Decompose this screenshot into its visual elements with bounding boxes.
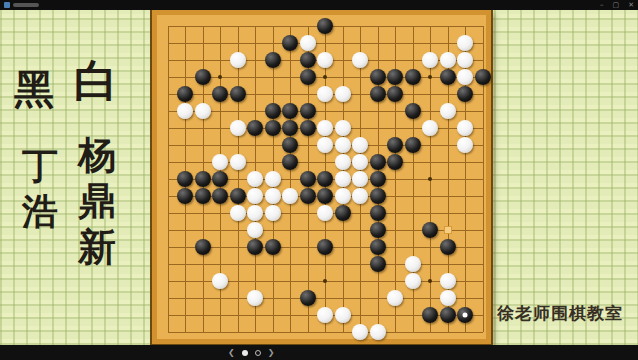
black-stone xyxy=(387,69,403,85)
white-stone xyxy=(422,52,438,68)
black-stone xyxy=(282,137,298,153)
black-stone xyxy=(335,205,351,221)
black-stone xyxy=(177,188,193,204)
highlight-square-marker xyxy=(444,226,452,234)
black-stone xyxy=(317,239,333,255)
title-bar: – ▢ ✕ xyxy=(0,0,638,10)
close-button[interactable]: ✕ xyxy=(628,0,634,10)
black-stone xyxy=(212,86,228,102)
black-stone xyxy=(195,171,211,187)
black-stone xyxy=(212,188,228,204)
white-stone xyxy=(317,307,333,323)
black-stone xyxy=(300,290,316,306)
previous-move-icon[interactable]: ❮ xyxy=(228,349,235,357)
star-point xyxy=(323,279,327,283)
black-stone xyxy=(405,103,421,119)
white-stone xyxy=(247,171,263,187)
black-player-name-char-2: 浩 xyxy=(22,188,58,237)
white-stone xyxy=(352,52,368,68)
black-stone xyxy=(317,188,333,204)
white-player-label: 白 xyxy=(74,52,118,111)
star-point xyxy=(428,177,432,181)
black-stone xyxy=(212,171,228,187)
white-stone xyxy=(265,188,281,204)
black-stone xyxy=(230,188,246,204)
minimize-button[interactable]: – xyxy=(600,0,604,10)
white-stone xyxy=(335,137,351,153)
black-stone xyxy=(405,137,421,153)
black-stone xyxy=(177,171,193,187)
white-stone xyxy=(282,188,298,204)
white-stone xyxy=(230,154,246,170)
watermark-text: 徐老师围棋教室 xyxy=(497,302,637,325)
black-stone xyxy=(282,154,298,170)
white-stone xyxy=(335,154,351,170)
white-stone xyxy=(317,52,333,68)
black-stone xyxy=(300,69,316,85)
black-stone xyxy=(265,120,281,136)
black-stone xyxy=(282,35,298,51)
white-stone xyxy=(317,120,333,136)
white-stone xyxy=(317,86,333,102)
black-stone xyxy=(282,120,298,136)
white-stone xyxy=(195,103,211,119)
star-point xyxy=(428,75,432,79)
white-stone xyxy=(352,324,368,340)
white-stone xyxy=(300,35,316,51)
move-indicator-dot-icon[interactable] xyxy=(242,350,248,356)
grid-line-horizontal xyxy=(168,332,483,333)
white-stone xyxy=(265,205,281,221)
black-stone xyxy=(475,69,491,85)
black-stone xyxy=(230,86,246,102)
black-stone xyxy=(387,137,403,153)
white-stone xyxy=(230,205,246,221)
white-player-name-char-1: 杨 xyxy=(78,130,116,181)
black-stone xyxy=(300,171,316,187)
black-stone xyxy=(195,188,211,204)
white-stone xyxy=(457,137,473,153)
white-stone xyxy=(335,307,351,323)
last-move-dot-icon xyxy=(463,313,468,318)
black-stone xyxy=(370,171,386,187)
black-stone xyxy=(370,256,386,272)
black-stone xyxy=(300,52,316,68)
white-stone xyxy=(457,35,473,51)
white-stone xyxy=(247,188,263,204)
white-stone xyxy=(247,290,263,306)
go-board[interactable] xyxy=(152,10,491,344)
black-stone xyxy=(247,120,263,136)
black-stone xyxy=(317,171,333,187)
white-stone xyxy=(370,324,386,340)
white-stone xyxy=(440,52,456,68)
playback-bar: ❮ ❯ xyxy=(0,345,638,360)
star-point xyxy=(218,75,222,79)
white-stone xyxy=(352,154,368,170)
white-stone xyxy=(422,120,438,136)
app-icon xyxy=(4,2,10,8)
black-stone xyxy=(282,103,298,119)
white-stone xyxy=(352,188,368,204)
black-stone xyxy=(440,239,456,255)
black-stone xyxy=(247,239,263,255)
black-stone xyxy=(370,69,386,85)
white-stone xyxy=(457,120,473,136)
black-stone xyxy=(265,52,281,68)
white-stone xyxy=(247,222,263,238)
black-stone xyxy=(422,307,438,323)
black-stone xyxy=(440,69,456,85)
black-stone xyxy=(457,86,473,102)
white-stone xyxy=(177,103,193,119)
black-stone xyxy=(300,188,316,204)
black-stone xyxy=(405,69,421,85)
black-stone xyxy=(177,86,193,102)
black-stone xyxy=(387,86,403,102)
black-stone xyxy=(457,307,473,323)
white-stone xyxy=(335,171,351,187)
white-stone xyxy=(457,69,473,85)
white-stone xyxy=(352,137,368,153)
white-stone xyxy=(440,273,456,289)
white-stone xyxy=(440,290,456,306)
white-stone xyxy=(457,52,473,68)
maximize-button[interactable]: ▢ xyxy=(613,0,620,10)
white-stone xyxy=(352,171,368,187)
app-title-text xyxy=(13,3,39,7)
black-stone xyxy=(370,86,386,102)
black-stone xyxy=(422,222,438,238)
black-stone xyxy=(195,239,211,255)
black-stone xyxy=(370,154,386,170)
white-stone xyxy=(405,256,421,272)
white-stone xyxy=(212,154,228,170)
background-pattern: 黑 丁 浩 白 杨 鼎 新 徐老师围棋教室 xyxy=(0,10,638,345)
white-stone xyxy=(335,120,351,136)
black-stone xyxy=(370,188,386,204)
black-stone xyxy=(265,239,281,255)
white-stone xyxy=(230,52,246,68)
black-stone xyxy=(370,222,386,238)
white-stone xyxy=(335,188,351,204)
black-stone xyxy=(195,69,211,85)
white-stone xyxy=(387,290,403,306)
white-stone xyxy=(230,120,246,136)
black-stone xyxy=(387,154,403,170)
white-stone xyxy=(335,86,351,102)
grid-line-horizontal xyxy=(168,264,483,265)
white-player-name-char-2: 鼎 xyxy=(78,176,116,227)
black-stone xyxy=(265,103,281,119)
black-player-label: 黑 xyxy=(14,62,54,117)
black-stone xyxy=(440,307,456,323)
white-player-name-char-3: 新 xyxy=(78,222,116,273)
white-stone xyxy=(440,103,456,119)
grid-line-horizontal xyxy=(168,298,483,299)
white-stone xyxy=(247,205,263,221)
star-point xyxy=(323,75,327,79)
star-point xyxy=(428,279,432,283)
white-stone xyxy=(212,273,228,289)
white-stone xyxy=(317,137,333,153)
black-player-name-char-1: 丁 xyxy=(22,142,58,191)
black-stone xyxy=(317,18,333,34)
black-stone xyxy=(300,120,316,136)
black-stone xyxy=(370,205,386,221)
white-stone xyxy=(265,171,281,187)
move-indicator-outline-icon[interactable] xyxy=(255,350,261,356)
black-stone xyxy=(370,239,386,255)
black-stone xyxy=(300,103,316,119)
white-stone xyxy=(405,273,421,289)
next-move-icon[interactable]: ❯ xyxy=(268,349,275,357)
white-stone xyxy=(317,205,333,221)
